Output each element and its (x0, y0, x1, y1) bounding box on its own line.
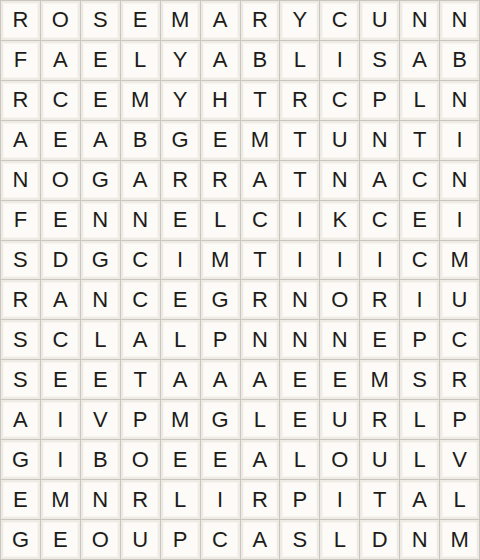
cell-r13c7[interactable]: R (241, 480, 280, 519)
letter-tile: M (362, 362, 397, 397)
letter: R (13, 289, 29, 311)
cell-r5c9[interactable]: N (320, 161, 359, 200)
cell-r14c11[interactable]: N (400, 520, 439, 559)
letter-tile: C (442, 322, 477, 357)
cell-r1c12[interactable]: N (440, 1, 479, 40)
cell-r2c3[interactable]: E (81, 41, 120, 80)
cell-r2c6[interactable]: A (201, 41, 240, 80)
letter-tile: U (362, 442, 397, 477)
cell-r5c3[interactable]: G (81, 161, 120, 200)
cell-r8c1[interactable]: R (1, 280, 40, 319)
cell-r2c9[interactable]: I (320, 41, 359, 80)
letter: B (93, 449, 108, 471)
cell-r8c2[interactable]: A (41, 280, 80, 319)
cell-r8c7[interactable]: R (241, 280, 280, 319)
cell-r2c1[interactable]: F (1, 41, 40, 80)
letter-tile: C (322, 3, 357, 38)
letter: A (13, 129, 28, 151)
cell-r5c5[interactable]: R (161, 161, 200, 200)
letter-tile: E (83, 43, 118, 78)
cell-r9c3[interactable]: L (81, 320, 120, 359)
letter: K (332, 209, 347, 231)
cell-r3c6[interactable]: H (201, 81, 240, 120)
cell-r7c2[interactable]: D (41, 241, 80, 280)
cell-r1c4[interactable]: E (121, 1, 160, 40)
letter-tile: A (43, 282, 78, 317)
cell-r7c10[interactable]: I (360, 241, 399, 280)
letter: O (52, 9, 69, 31)
letter-tile: E (282, 362, 317, 397)
cell-r7c1[interactable]: S (1, 241, 40, 280)
letter: L (134, 49, 146, 71)
cell-r9c1[interactable]: S (1, 320, 40, 359)
cell-r8c4[interactable]: C (121, 280, 160, 319)
cell-r11c3[interactable]: V (81, 400, 120, 439)
letter: A (173, 369, 188, 391)
letter-tile: T (123, 362, 158, 397)
letter-tile: P (163, 522, 198, 557)
cell-r12c2[interactable]: I (41, 440, 80, 479)
cell-r2c4[interactable]: L (121, 41, 160, 80)
letter-tile: H (203, 83, 238, 118)
cell-r4c11[interactable]: T (400, 121, 439, 160)
letter: I (217, 489, 223, 511)
cell-r12c1[interactable]: G (1, 440, 40, 479)
cell-r13c1[interactable]: E (1, 480, 40, 519)
cell-r11c4[interactable]: P (121, 400, 160, 439)
letter: P (213, 329, 228, 351)
cell-r10c4[interactable]: T (121, 360, 160, 399)
cell-r14c10[interactable]: D (360, 520, 399, 559)
letter: A (253, 169, 268, 191)
letter: F (14, 49, 27, 71)
cell-r11c2[interactable]: I (41, 400, 80, 439)
cell-r9c6[interactable]: P (201, 320, 240, 359)
letter: M (450, 529, 468, 551)
letter-tile: E (322, 362, 357, 397)
cell-r13c5[interactable]: L (161, 480, 200, 519)
letter: R (172, 169, 188, 191)
cell-r3c4[interactable]: M (121, 81, 160, 120)
cell-r4c9[interactable]: U (320, 121, 359, 160)
cell-r4c8[interactable]: T (280, 121, 319, 160)
letter-tile: K (322, 203, 357, 238)
letter: N (92, 289, 108, 311)
cell-r11c10[interactable]: R (360, 400, 399, 439)
letter-tile: O (322, 282, 357, 317)
letter-tile: L (163, 482, 198, 517)
letter: E (93, 369, 108, 391)
cell-r9c11[interactable]: P (400, 320, 439, 359)
cell-r3c9[interactable]: C (320, 81, 359, 120)
letter: T (293, 129, 306, 151)
letter-tile: T (282, 123, 317, 158)
cell-r4c6[interactable]: E (201, 121, 240, 160)
cell-r8c8[interactable]: N (280, 280, 319, 319)
letter-tile: A (362, 163, 397, 198)
cell-r1c2[interactable]: O (41, 1, 80, 40)
letter: O (52, 169, 69, 191)
letter-tile: P (282, 482, 317, 517)
letter: C (332, 9, 348, 31)
cell-r9c10[interactable]: E (360, 320, 399, 359)
cell-r3c10[interactable]: P (360, 81, 399, 120)
letter-tile: R (3, 83, 38, 118)
letter: B (452, 49, 467, 71)
cell-r6c1[interactable]: F (1, 201, 40, 240)
cell-r1c6[interactable]: A (201, 1, 240, 40)
cell-r14c1[interactable]: G (1, 520, 40, 559)
cell-r14c4[interactable]: U (121, 520, 160, 559)
letter: E (133, 9, 148, 31)
cell-r3c8[interactable]: R (280, 81, 319, 120)
cell-r12c10[interactable]: U (360, 440, 399, 479)
cell-r9c9[interactable]: N (320, 320, 359, 359)
letter: Y (173, 49, 188, 71)
cell-r14c3[interactable]: O (81, 520, 120, 559)
cell-r11c9[interactable]: U (320, 400, 359, 439)
letter-tile: C (123, 282, 158, 317)
cell-r11c7[interactable]: L (241, 400, 280, 439)
cell-r5c4[interactable]: A (121, 161, 160, 200)
letter-tile: N (402, 3, 437, 38)
cell-r4c10[interactable]: N (360, 121, 399, 160)
cell-r5c1[interactable]: N (1, 161, 40, 200)
letter-tile: A (123, 322, 158, 357)
cell-r13c11[interactable]: A (400, 480, 439, 519)
cell-r8c9[interactable]: O (320, 280, 359, 319)
cell-r1c10[interactable]: U (360, 1, 399, 40)
letter-tile: D (362, 522, 397, 557)
cell-r5c8[interactable]: T (280, 161, 319, 200)
cell-r2c8[interactable]: L (280, 41, 319, 80)
letter: I (337, 489, 343, 511)
letter-tile: N (282, 282, 317, 317)
letter: L (413, 89, 425, 111)
letter: N (412, 9, 428, 31)
letter-tile: N (83, 203, 118, 238)
cell-r7c5[interactable]: I (161, 241, 200, 280)
cell-r4c7[interactable]: M (241, 121, 280, 160)
cell-r6c10[interactable]: C (360, 201, 399, 240)
cell-r5c7[interactable]: A (241, 161, 280, 200)
letter: R (212, 169, 228, 191)
cell-r5c6[interactable]: R (201, 161, 240, 200)
cell-r13c12[interactable]: L (440, 480, 479, 519)
letter-tile: F (3, 203, 38, 238)
cell-r3c1[interactable]: R (1, 81, 40, 120)
letter-tile: Y (163, 43, 198, 78)
cell-r3c5[interactable]: Y (161, 81, 200, 120)
cell-r9c5[interactable]: L (161, 320, 200, 359)
cell-r12c3[interactable]: B (81, 440, 120, 479)
letter-tile: E (43, 203, 78, 238)
cell-r3c2[interactable]: C (41, 81, 80, 120)
cell-r12c6[interactable]: E (201, 440, 240, 479)
letter-tile: N (83, 282, 118, 317)
letter: D (52, 249, 68, 271)
letter-tile: L (402, 83, 437, 118)
letter: A (253, 369, 268, 391)
letter: G (92, 169, 109, 191)
cell-r8c6[interactable]: G (201, 280, 240, 319)
cell-r11c11[interactable]: L (400, 400, 439, 439)
letter: V (93, 409, 108, 431)
cell-r14c9[interactable]: L (320, 520, 359, 559)
cell-r4c4[interactable]: B (121, 121, 160, 160)
letter-tile: S (3, 362, 38, 397)
cell-r6c6[interactable]: L (201, 201, 240, 240)
cell-r5c11[interactable]: C (400, 161, 439, 200)
cell-r14c7[interactable]: A (241, 520, 280, 559)
cell-r7c11[interactable]: C (400, 241, 439, 280)
letter-tile: A (163, 362, 198, 397)
letter: O (132, 449, 149, 471)
letter-tile: A (203, 3, 238, 38)
letter-tile: T (402, 123, 437, 158)
cell-r4c5[interactable]: G (161, 121, 200, 160)
cell-r11c12[interactable]: P (440, 400, 479, 439)
cell-r10c5[interactable]: A (161, 360, 200, 399)
letter: R (372, 289, 388, 311)
cell-r2c5[interactable]: Y (161, 41, 200, 80)
cell-r1c5[interactable]: M (161, 1, 200, 40)
cell-r1c3[interactable]: S (81, 1, 120, 40)
cell-r12c12[interactable]: V (440, 440, 479, 479)
letter-tile: Y (282, 3, 317, 38)
cell-r12c11[interactable]: L (400, 440, 439, 479)
cell-r14c2[interactable]: E (41, 520, 80, 559)
cell-r10c3[interactable]: E (81, 360, 120, 399)
cell-r8c3[interactable]: N (81, 280, 120, 319)
cell-r2c11[interactable]: A (400, 41, 439, 80)
cell-r10c1[interactable]: S (1, 360, 40, 399)
letter-tile: C (203, 522, 238, 557)
letter: I (297, 209, 303, 231)
cell-r9c12[interactable]: C (440, 320, 479, 359)
cell-r4c1[interactable]: A (1, 121, 40, 160)
cell-r3c3[interactable]: E (81, 81, 120, 120)
cell-r6c4[interactable]: N (121, 201, 160, 240)
letter-tile: R (3, 3, 38, 38)
cell-r10c7[interactable]: A (241, 360, 280, 399)
letter: M (171, 9, 189, 31)
cell-r4c2[interactable]: E (41, 121, 80, 160)
cell-r6c12[interactable]: I (440, 201, 479, 240)
cell-r10c6[interactable]: A (201, 360, 240, 399)
letter: I (417, 289, 423, 311)
cell-r6c5[interactable]: E (161, 201, 200, 240)
letter: C (52, 329, 68, 351)
cell-r13c8[interactable]: P (280, 480, 319, 519)
letter: O (92, 529, 109, 551)
cell-r2c10[interactable]: S (360, 41, 399, 80)
letter: G (92, 249, 109, 271)
letter-tile: E (362, 322, 397, 357)
letter: P (452, 409, 467, 431)
letter-tile: I (322, 482, 357, 517)
cell-r9c7[interactable]: N (241, 320, 280, 359)
letter: E (53, 129, 68, 151)
letter-tile: I (282, 243, 317, 278)
cell-r2c7[interactable]: B (241, 41, 280, 80)
cell-r9c2[interactable]: C (41, 320, 80, 359)
cell-r2c12[interactable]: B (440, 41, 479, 80)
letter: A (53, 289, 68, 311)
letter: L (294, 449, 306, 471)
cell-r7c6[interactable]: M (201, 241, 240, 280)
cell-r5c2[interactable]: O (41, 161, 80, 200)
cell-r12c9[interactable]: O (320, 440, 359, 479)
letter-tile: G (3, 442, 38, 477)
cell-r9c4[interactable]: A (121, 320, 160, 359)
cell-r6c9[interactable]: K (320, 201, 359, 240)
letter-tile: A (3, 402, 38, 437)
letter: U (332, 409, 348, 431)
letter: T (253, 249, 266, 271)
cell-r6c11[interactable]: E (400, 201, 439, 240)
letter: E (332, 369, 347, 391)
cell-r8c5[interactable]: E (161, 280, 200, 319)
letter-tile: Y (163, 83, 198, 118)
letter-tile: B (123, 123, 158, 158)
cell-r12c5[interactable]: E (161, 440, 200, 479)
cell-r6c7[interactable]: C (241, 201, 280, 240)
letter: N (372, 129, 388, 151)
letter-tile: T (243, 243, 278, 278)
letter: L (94, 329, 106, 351)
letter-tile: N (442, 3, 477, 38)
cell-r10c2[interactable]: E (41, 360, 80, 399)
letter-tile: C (402, 243, 437, 278)
letter: M (450, 249, 468, 271)
letter: N (132, 209, 148, 231)
letter-tile: E (203, 442, 238, 477)
cell-r7c7[interactable]: T (241, 241, 280, 280)
cell-r14c5[interactable]: P (161, 520, 200, 559)
cell-r14c8[interactable]: S (280, 520, 319, 559)
letter: E (173, 289, 188, 311)
cell-r6c8[interactable]: I (280, 201, 319, 240)
letter: T (133, 369, 146, 391)
cell-r1c1[interactable]: R (1, 1, 40, 40)
letter: A (213, 369, 228, 391)
letter-tile: I (362, 243, 397, 278)
cell-r7c4[interactable]: C (121, 241, 160, 280)
letter-tile: E (163, 442, 198, 477)
cell-r5c10[interactable]: A (360, 161, 399, 200)
cell-r10c11[interactable]: S (400, 360, 439, 399)
cell-r13c2[interactable]: M (41, 480, 80, 519)
cell-r10c10[interactable]: M (360, 360, 399, 399)
cell-r1c11[interactable]: N (400, 1, 439, 40)
cell-r13c3[interactable]: N (81, 480, 120, 519)
cell-r11c5[interactable]: M (161, 400, 200, 439)
letter: U (452, 289, 468, 311)
cell-r4c3[interactable]: A (81, 121, 120, 160)
cell-r9c8[interactable]: N (280, 320, 319, 359)
cell-r14c12[interactable]: M (440, 520, 479, 559)
cell-r3c11[interactable]: L (400, 81, 439, 120)
letter: E (93, 49, 108, 71)
cell-r13c6[interactable]: I (201, 480, 240, 519)
letter: N (292, 329, 308, 351)
cell-r6c3[interactable]: N (81, 201, 120, 240)
letter: V (452, 449, 467, 471)
letter-tile: A (402, 43, 437, 78)
cell-r12c8[interactable]: L (280, 440, 319, 479)
letter-tile: O (43, 163, 78, 198)
cell-r5c12[interactable]: N (440, 161, 479, 200)
cell-r10c12[interactable]: R (440, 360, 479, 399)
letter-tile: E (163, 282, 198, 317)
letter: R (452, 369, 468, 391)
cell-r10c8[interactable]: E (280, 360, 319, 399)
letter: N (332, 169, 348, 191)
letter: P (412, 329, 427, 351)
cell-r7c12[interactable]: M (440, 241, 479, 280)
letter-tile: R (163, 163, 198, 198)
cell-r3c12[interactable]: N (440, 81, 479, 120)
cell-r11c6[interactable]: G (201, 400, 240, 439)
cell-r13c10[interactable]: T (360, 480, 399, 519)
letter-tile: O (83, 522, 118, 557)
letter-tile: N (442, 83, 477, 118)
cell-r8c12[interactable]: U (440, 280, 479, 319)
letter: Y (173, 89, 188, 111)
cell-r2c2[interactable]: A (41, 41, 80, 80)
cell-r7c9[interactable]: I (320, 241, 359, 280)
cell-r1c9[interactable]: C (320, 1, 359, 40)
letter: I (456, 129, 462, 151)
letter: N (412, 529, 428, 551)
cell-r7c3[interactable]: G (81, 241, 120, 280)
cell-r3c7[interactable]: T (241, 81, 280, 120)
letter: N (252, 329, 268, 351)
letter: S (13, 369, 28, 391)
letter-tile: M (163, 3, 198, 38)
letter-tile: I (402, 282, 437, 317)
letter-tile: M (243, 123, 278, 158)
cell-r1c7[interactable]: R (241, 1, 280, 40)
cell-r11c8[interactable]: E (280, 400, 319, 439)
cell-r11c1[interactable]: A (1, 400, 40, 439)
cell-r6c2[interactable]: E (41, 201, 80, 240)
letter: C (412, 169, 428, 191)
letter-tile: E (402, 203, 437, 238)
letter-tile: U (442, 282, 477, 317)
cell-r13c4[interactable]: R (121, 480, 160, 519)
letter-tile: P (362, 83, 397, 118)
letter-tile: I (282, 203, 317, 238)
cell-r12c7[interactable]: A (241, 440, 280, 479)
cell-r8c11[interactable]: I (400, 280, 439, 319)
cell-r13c9[interactable]: I (320, 480, 359, 519)
cell-r14c6[interactable]: C (201, 520, 240, 559)
cell-r8c10[interactable]: R (360, 280, 399, 319)
letter: B (133, 129, 148, 151)
cell-r12c4[interactable]: O (121, 440, 160, 479)
letter: S (13, 329, 28, 351)
cell-r1c8[interactable]: Y (280, 1, 319, 40)
cell-r4c12[interactable]: I (440, 121, 479, 160)
letter-tile: E (43, 362, 78, 397)
cell-r10c9[interactable]: E (320, 360, 359, 399)
letter-tile: V (442, 442, 477, 477)
cell-r7c8[interactable]: I (280, 241, 319, 280)
letter-tile: A (243, 522, 278, 557)
letter: S (412, 369, 427, 391)
